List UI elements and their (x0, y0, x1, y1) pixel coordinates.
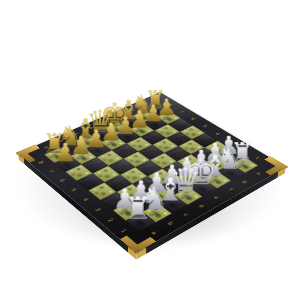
piece-gold-pawn-icon: ♟ (50, 140, 80, 165)
rank-label-5: 5 (202, 124, 209, 127)
file-label-h: h (255, 172, 262, 176)
file-label-g: g (242, 179, 249, 183)
chess-board: ♜♟♟♜♞♟♟♞♝♟♟♝♚♟♟♚♛♟♟♛♝♟♟♝♞♟♟♞♜♟♟♜ 8877665… (18, 92, 286, 253)
chess-set-product-photo: ♜♟♟♜♞♟♟♞♝♟♟♝♚♟♟♚♛♟♟♛♝♟♟♝♞♟♟♞♜♟♟♜ 8877665… (0, 0, 300, 300)
rank-label-6: 6 (59, 178, 66, 182)
square-a7: ♟ (55, 156, 82, 172)
rank-label-5: 5 (70, 187, 78, 191)
file-label-a: a (151, 230, 159, 235)
rank-label-2: 2 (107, 217, 115, 222)
file-label-c: c (183, 212, 190, 217)
file-label-e: e (213, 195, 220, 200)
rank-label-3: 3 (94, 207, 102, 212)
rank-label-7: 7 (178, 110, 184, 113)
rank-label-8: 8 (38, 160, 45, 164)
rank-label-6: 6 (190, 117, 196, 120)
file-label-d: d (198, 203, 206, 208)
square-d5 (123, 152, 150, 168)
playing-field-grid: ♜♟♟♜♞♟♟♞♝♟♟♝♚♟♟♚♛♟♟♛♝♟♟♝♞♟♟♞♜♟♟♜ (44, 104, 258, 231)
file-label-b: b (167, 221, 175, 226)
perspective-wrapper: ♜♟♟♜♞♟♟♞♝♟♟♝♚♟♟♚♛♟♟♛♝♟♟♝♞♟♟♞♜♟♟♜ 8877665… (0, 0, 300, 300)
square-b6 (81, 157, 108, 173)
rank-label-7: 7 (48, 169, 55, 173)
square-a1: ♜ (126, 212, 156, 232)
rank-label-4: 4 (82, 197, 90, 202)
square-a6 (65, 164, 92, 180)
file-label-f: f (228, 187, 234, 191)
board-top-face: ♜♟♟♜♞♟♟♞♝♟♟♝♚♟♟♚♛♟♟♛♝♟♟♝♞♟♟♞♜♟♟♜ 8877665… (18, 92, 286, 253)
piece-silver-rook-icon: ♜ (121, 193, 155, 223)
rank-label-1: 1 (120, 228, 128, 233)
